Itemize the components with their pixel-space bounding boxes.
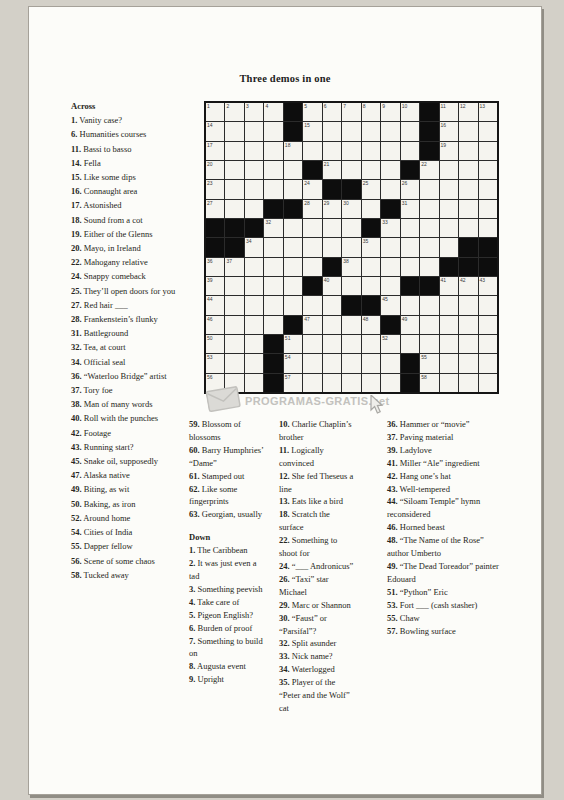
clue-item: 7. Something to build on (189, 635, 266, 661)
grid-cell[interactable]: 29 (323, 200, 341, 218)
grid-cell[interactable]: 1 (206, 103, 224, 121)
clue-item: 30. “Faust” or “Parsifal”? (279, 612, 354, 638)
grid-cell[interactable]: 25 (362, 180, 380, 198)
grid-cell[interactable] (479, 335, 497, 353)
grid-cell[interactable] (264, 180, 282, 198)
clue-item: 22. Mahogany relative (71, 255, 189, 269)
clue-item: 38. Man of many words (71, 397, 189, 411)
cell-number: 16 (441, 122, 447, 128)
clues-column-3: 10. Charlie Chaplin’s brother11. Logical… (279, 418, 354, 715)
grid-cell[interactable] (245, 122, 263, 140)
cell-number: 17 (207, 142, 213, 148)
clue-item: 36. “Waterloo Bridge” artist (71, 369, 189, 383)
grid-cell[interactable] (459, 200, 477, 218)
cell-number: 49 (402, 316, 408, 322)
grid-cell (440, 258, 458, 276)
grid-cell[interactable] (420, 180, 438, 198)
cell-number: 30 (343, 200, 349, 206)
cell-number: 32 (265, 219, 271, 225)
grid-cell[interactable] (245, 258, 263, 276)
clue-item: 51. “Python” Eric (387, 586, 503, 599)
grid-cell[interactable] (440, 296, 458, 314)
grid-cell[interactable]: 22 (420, 161, 438, 179)
down-clues-col3: 10. Charlie Chaplin’s brother11. Logical… (279, 418, 354, 715)
grid-cell (362, 296, 380, 314)
grid-cell[interactable] (362, 335, 380, 353)
grid-cell (381, 316, 399, 334)
grid-cell[interactable]: 23 (206, 180, 224, 198)
grid-cell[interactable] (401, 238, 419, 256)
grid-cell[interactable] (401, 142, 419, 160)
grid-cell[interactable]: 30 (342, 200, 360, 218)
clue-item: 14. Fella (71, 156, 189, 170)
grid-cell[interactable] (479, 316, 497, 334)
grid-cell[interactable] (284, 296, 302, 314)
grid-cell[interactable] (362, 354, 380, 372)
grid-cell[interactable] (381, 180, 399, 198)
clue-item: 49. “The Dead Toreador” painter Edouard (387, 560, 503, 586)
grid-cell[interactable]: 44 (206, 296, 224, 314)
grid-cell[interactable]: 54 (284, 354, 302, 372)
mouse-cursor-icon (370, 395, 384, 418)
grid-cell[interactable] (303, 296, 321, 314)
clue-item: 48. “The Name of the Rose” author Umbert… (387, 534, 503, 560)
down-header: Down (189, 531, 266, 544)
across-clues-col2: 59. Blossom of blossoms60. Barry Humphri… (189, 418, 266, 521)
grid-cell[interactable] (420, 296, 438, 314)
clue-item: 43. Well-tempered (387, 483, 503, 496)
cell-number: 24 (304, 180, 310, 186)
grid-cell[interactable] (362, 122, 380, 140)
grid-cell[interactable]: 21 (323, 161, 341, 179)
clue-item: 33. Nick name? (279, 650, 354, 663)
clue-item: 4. Take care of (189, 596, 266, 609)
grid-cell[interactable] (362, 161, 380, 179)
grid-cell[interactable] (479, 219, 497, 237)
grid-cell[interactable]: 9 (381, 103, 399, 121)
grid-cell[interactable] (342, 142, 360, 160)
clue-item: 60. Barry Humphries’ “Dame” (189, 444, 266, 470)
clue-item: 47. Alaska native (71, 468, 189, 482)
grid-cell[interactable] (381, 238, 399, 256)
clues-column-4: 36. Hammer or “movie”37. Paving material… (387, 418, 503, 637)
clue-item: 59. Blossom of blossoms (189, 418, 266, 444)
grid-cell[interactable]: 38 (342, 258, 360, 276)
grid-cell[interactable]: 3 (245, 103, 263, 121)
grid-cell (401, 354, 419, 372)
clue-item: 32. Split asunder (279, 637, 354, 650)
cell-number: 27 (207, 200, 213, 206)
grid-cell[interactable] (362, 142, 380, 160)
grid-cell[interactable] (459, 335, 477, 353)
grid-cell[interactable] (342, 335, 360, 353)
clue-item: 20. Mayo, in Ireland (71, 241, 189, 255)
grid-cell[interactable] (245, 161, 263, 179)
cell-number: 20 (207, 161, 213, 167)
grid-cell[interactable] (401, 258, 419, 276)
grid-cell (342, 180, 360, 198)
grid-cell[interactable] (459, 296, 477, 314)
clue-item: 6. Humanities courses (71, 127, 189, 141)
grid-cell[interactable] (479, 374, 497, 392)
grid-cell[interactable] (284, 180, 302, 198)
grid-cell[interactable]: 15 (303, 122, 321, 140)
clue-item: 50. Baking, as iron (71, 497, 189, 511)
grid-cell[interactable] (381, 277, 399, 295)
grid-cell[interactable] (440, 374, 458, 392)
cell-number: 13 (480, 103, 486, 109)
clue-item: 19. Either of the Glenns (71, 227, 189, 241)
grid-cell[interactable]: 41 (440, 277, 458, 295)
grid-cell[interactable] (479, 180, 497, 198)
grid-cell[interactable] (225, 180, 243, 198)
grid-cell[interactable] (323, 354, 341, 372)
cell-number: 50 (207, 335, 213, 341)
grid-cell[interactable]: 26 (401, 180, 419, 198)
grid-cell[interactable] (381, 354, 399, 372)
grid-cell[interactable] (264, 316, 282, 334)
grid-cell[interactable] (440, 354, 458, 372)
grid-cell[interactable] (225, 161, 243, 179)
cell-number: 35 (363, 238, 369, 244)
grid-cell[interactable] (303, 258, 321, 276)
grid-cell[interactable] (225, 277, 243, 295)
grid-cell[interactable] (381, 161, 399, 179)
clue-item: 24. “___ Andronicus” (279, 560, 354, 573)
grid-cell[interactable] (225, 316, 243, 334)
grid-cell[interactable] (362, 200, 380, 218)
grid-cell (303, 277, 321, 295)
grid-cell[interactable] (225, 335, 243, 353)
grid-cell[interactable]: 17 (206, 142, 224, 160)
grid-cell[interactable] (264, 142, 282, 160)
grid-cell[interactable] (245, 180, 263, 198)
grid-cell[interactable] (459, 374, 477, 392)
grid-cell[interactable]: 37 (225, 258, 243, 276)
grid-cell (401, 161, 419, 179)
grid-cell[interactable]: 33 (381, 219, 399, 237)
clue-item: 55. Chaw (387, 612, 503, 625)
clue-item: 29. Marc or Shannon (279, 599, 354, 612)
cell-number: 46 (207, 316, 213, 322)
grid-cell[interactable] (479, 161, 497, 179)
grid-cell[interactable] (401, 122, 419, 140)
grid-cell[interactable] (264, 258, 282, 276)
cell-number: 6 (324, 103, 327, 109)
grid-cell[interactable] (284, 219, 302, 237)
clue-item: 42. Hang one’s hat (387, 470, 503, 483)
grid-cell[interactable] (245, 316, 263, 334)
cell-number: 5 (304, 103, 307, 109)
grid-cell[interactable]: 20 (206, 161, 224, 179)
grid-cell[interactable] (479, 122, 497, 140)
grid-cell[interactable] (459, 219, 477, 237)
grid-cell[interactable] (245, 335, 263, 353)
grid-cell[interactable]: 6 (323, 103, 341, 121)
grid-cell[interactable] (440, 335, 458, 353)
cell-number: 28 (304, 200, 310, 206)
grid-cell (420, 142, 438, 160)
grid-cell[interactable]: 18 (284, 142, 302, 160)
grid-cell[interactable] (264, 296, 282, 314)
grid-cell[interactable] (342, 277, 360, 295)
grid-cell[interactable] (342, 161, 360, 179)
grid-cell[interactable] (440, 180, 458, 198)
grid-cell[interactable] (479, 142, 497, 160)
cell-number: 48 (363, 316, 369, 322)
grid-cell[interactable] (245, 296, 263, 314)
grid-cell[interactable] (264, 122, 282, 140)
grid-cell[interactable] (401, 296, 419, 314)
grid-cell[interactable] (323, 335, 341, 353)
clue-item: 28. Frankenstein’s flunky (71, 312, 189, 326)
grid-cell[interactable]: 40 (323, 277, 341, 295)
grid-cell[interactable] (459, 142, 477, 160)
grid-cell[interactable]: 27 (206, 200, 224, 218)
clue-item: 5. Pigeon English? (189, 609, 266, 622)
grid-cell[interactable] (342, 354, 360, 372)
grid-cell (284, 200, 302, 218)
grid-cell[interactable] (381, 142, 399, 160)
grid-cell[interactable]: 16 (440, 122, 458, 140)
grid-cell[interactable]: 58 (420, 374, 438, 392)
clue-item: 43. Running start? (71, 440, 189, 454)
clue-item: 52. Around home (71, 511, 189, 525)
grid-cell[interactable]: 52 (381, 335, 399, 353)
cell-number: 2 (226, 103, 229, 109)
cell-number: 37 (226, 258, 232, 264)
cell-number: 4 (265, 103, 268, 109)
grid-cell[interactable]: 34 (245, 238, 263, 256)
grid-cell[interactable] (479, 200, 497, 218)
grid-cell[interactable] (303, 335, 321, 353)
grid-cell[interactable] (264, 161, 282, 179)
grid-cell[interactable] (440, 200, 458, 218)
grid-cell[interactable] (284, 277, 302, 295)
grid-cell[interactable] (264, 238, 282, 256)
grid-cell[interactable] (323, 142, 341, 160)
grid-cell[interactable] (245, 200, 263, 218)
grid-cell[interactable]: 47 (303, 316, 321, 334)
grid-cell[interactable] (479, 354, 497, 372)
grid-cell (284, 122, 302, 140)
clue-item: 10. Charlie Chaplin’s brother (279, 418, 354, 444)
grid-cell[interactable] (225, 354, 243, 372)
clues-column-2: 59. Blossom of blossoms60. Barry Humphri… (189, 418, 266, 686)
clue-item: 11. Bassi to basso (71, 142, 189, 156)
grid-cell[interactable] (323, 296, 341, 314)
cell-number: 7 (343, 103, 346, 109)
grid-cell[interactable] (303, 354, 321, 372)
grid-cell (245, 219, 263, 237)
clue-item: 34. Official seal (71, 355, 189, 369)
grid-cell[interactable] (303, 219, 321, 237)
grid-cell (225, 238, 243, 256)
cell-number: 9 (382, 103, 385, 109)
grid-cell[interactable]: 32 (264, 219, 282, 237)
clue-item: 49. Biting, as wit (71, 482, 189, 496)
cell-number: 36 (207, 258, 213, 264)
grid-cell[interactable]: 4 (264, 103, 282, 121)
grid-cell[interactable]: 10 (401, 103, 419, 121)
grid-cell[interactable] (323, 238, 341, 256)
grid-cell (284, 103, 302, 121)
grid-cell[interactable] (245, 277, 263, 295)
cell-number: 3 (246, 103, 249, 109)
cell-number: 57 (285, 374, 291, 380)
grid-cell (284, 316, 302, 334)
grid-cell[interactable] (284, 238, 302, 256)
grid-cell[interactable]: 31 (401, 200, 419, 218)
cell-number: 12 (460, 103, 466, 109)
grid-cell[interactable] (342, 219, 360, 237)
grid-cell[interactable]: 46 (206, 316, 224, 334)
page: Three demos in one 123456789101112131415… (28, 6, 542, 795)
clue-item: 39. Ladylove (387, 444, 503, 457)
grid-cell[interactable] (420, 258, 438, 276)
grid-cell[interactable]: 42 (459, 277, 477, 295)
grid-cell[interactable]: 19 (440, 142, 458, 160)
grid-cell[interactable]: 24 (303, 180, 321, 198)
grid-cell[interactable] (440, 161, 458, 179)
clue-item: 11. Logically convinced (279, 444, 354, 470)
clue-item: 18. Sound from a cot (71, 213, 189, 227)
cell-number: 19 (441, 142, 447, 148)
watermark-text: PROGRAMAS-GRATIS.net (245, 395, 390, 407)
grid-cell[interactable] (420, 335, 438, 353)
grid-cell[interactable]: 13 (479, 103, 497, 121)
grid-cell[interactable] (459, 161, 477, 179)
grid-cell[interactable]: 35 (362, 238, 380, 256)
clue-item: 42. Footage (71, 426, 189, 440)
grid-cell[interactable] (479, 296, 497, 314)
grid-cell (206, 219, 224, 237)
clue-item: 22. Something to shoot for (279, 534, 354, 560)
grid-cell[interactable] (303, 238, 321, 256)
grid-cell[interactable] (440, 238, 458, 256)
grid-cell[interactable] (225, 122, 243, 140)
grid-cell[interactable]: 53 (206, 354, 224, 372)
down-clues-col2: 1. The Caribbean2. It was just even a ta… (189, 544, 266, 686)
grid-cell[interactable]: 51 (284, 335, 302, 353)
clue-item: 3. Something peevish (189, 583, 266, 596)
grid-cell[interactable] (284, 258, 302, 276)
grid-cell[interactable] (381, 258, 399, 276)
grid-cell[interactable] (303, 142, 321, 160)
grid-cell[interactable]: 2 (225, 103, 243, 121)
grid-cell[interactable]: 43 (479, 277, 497, 295)
grid-cell[interactable]: 28 (303, 200, 321, 218)
cell-number: 11 (441, 103, 446, 109)
grid-cell[interactable]: 50 (206, 335, 224, 353)
grid-cell[interactable]: 55 (420, 354, 438, 372)
cell-number: 23 (207, 180, 213, 186)
grid-cell[interactable] (284, 161, 302, 179)
grid-cell[interactable] (440, 219, 458, 237)
grid-cell[interactable] (401, 335, 419, 353)
clue-item: 17. Astonished (71, 198, 189, 212)
grid-cell[interactable]: 7 (342, 103, 360, 121)
clue-item: 45. Snake oil, supposedly (71, 454, 189, 468)
grid-cell (225, 219, 243, 237)
grid-cell[interactable] (245, 354, 263, 372)
grid-cell[interactable] (342, 238, 360, 256)
clue-item: 18. Scratch the surface (279, 508, 354, 534)
grid-cell[interactable] (245, 142, 263, 160)
cell-number: 44 (207, 296, 213, 302)
grid-cell[interactable] (362, 258, 380, 276)
clue-item: 35. Player of the “Peter and the Wolf” c… (279, 676, 354, 715)
grid-cell[interactable]: 49 (401, 316, 419, 334)
cell-number: 29 (324, 200, 330, 206)
grid-cell[interactable] (323, 219, 341, 237)
grid-cell[interactable] (323, 316, 341, 334)
grid-cell (479, 258, 497, 276)
grid-cell[interactable] (342, 122, 360, 140)
clue-item: 61. Stamped out (189, 470, 266, 483)
grid-cell (381, 200, 399, 218)
grid-cell (459, 238, 477, 256)
grid-cell[interactable] (420, 200, 438, 218)
grid-cell[interactable] (342, 316, 360, 334)
clue-item: 24. Snappy comeback (71, 269, 189, 283)
page-title: Three demos in one (29, 73, 541, 84)
grid-cell[interactable] (323, 122, 341, 140)
clue-item: 2. It was just even a tad (189, 557, 266, 583)
grid-cell[interactable]: 5 (303, 103, 321, 121)
grid-cell[interactable] (420, 238, 438, 256)
grid-cell[interactable] (264, 277, 282, 295)
grid-cell[interactable] (459, 354, 477, 372)
cell-number: 21 (324, 161, 330, 167)
cell-number: 52 (382, 335, 388, 341)
grid-cell[interactable] (381, 122, 399, 140)
grid-cell[interactable] (225, 296, 243, 314)
grid-cell[interactable]: 11 (440, 103, 458, 121)
cell-number: 14 (207, 122, 213, 128)
grid-cell[interactable]: 48 (362, 316, 380, 334)
grid-cell[interactable] (459, 316, 477, 334)
clue-item: 25. They’ll open doors for you (71, 284, 189, 298)
grid-cell (342, 296, 360, 314)
grid-cell[interactable]: 45 (381, 296, 399, 314)
clue-item: 1. Vanity case? (71, 113, 189, 127)
grid-cell[interactable]: 39 (206, 277, 224, 295)
grid-cell[interactable] (225, 200, 243, 218)
grid-cell (420, 122, 438, 140)
grid-cell[interactable]: 36 (206, 258, 224, 276)
grid-cell[interactable] (225, 142, 243, 160)
grid-cell[interactable]: 8 (362, 103, 380, 121)
cell-number: 47 (304, 316, 310, 322)
grid-cell[interactable] (420, 316, 438, 334)
grid-cell (362, 219, 380, 237)
grid-cell[interactable] (459, 122, 477, 140)
down-clues-col4: 36. Hammer or “movie”37. Paving material… (387, 418, 503, 637)
grid-cell[interactable]: 12 (459, 103, 477, 121)
grid-cell[interactable] (420, 219, 438, 237)
clue-item: 9. Upright (189, 673, 266, 686)
grid-cell[interactable] (440, 316, 458, 334)
clue-item: 27. Red hair ___ (71, 298, 189, 312)
grid-cell[interactable] (362, 277, 380, 295)
cell-number: 38 (343, 258, 349, 264)
grid-cell[interactable] (401, 219, 419, 237)
clue-item: 41. Miller “Ale” ingredient (387, 457, 503, 470)
grid-cell (420, 103, 438, 121)
grid-cell[interactable]: 14 (206, 122, 224, 140)
grid-cell[interactable] (459, 180, 477, 198)
